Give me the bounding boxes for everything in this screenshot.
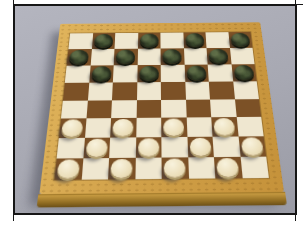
square-r8c1 xyxy=(54,158,83,180)
photo-background xyxy=(15,6,295,213)
photo-frame xyxy=(13,4,297,215)
square-r3c3 xyxy=(113,65,137,82)
dark-piece xyxy=(91,66,111,82)
light-piece xyxy=(164,159,186,178)
light-piece xyxy=(214,118,236,136)
square-r5c3 xyxy=(111,100,136,119)
light-piece xyxy=(111,159,133,178)
square-r6c7 xyxy=(211,117,238,137)
square-r2c2 xyxy=(90,49,114,66)
square-r1c3 xyxy=(115,33,138,49)
square-r1c8 xyxy=(228,32,252,48)
light-piece xyxy=(61,120,83,138)
square-r5c8 xyxy=(234,99,261,118)
crop-mark xyxy=(297,4,303,5)
square-r8c5 xyxy=(162,157,189,178)
page-background xyxy=(0,0,306,228)
square-r3c4 xyxy=(137,65,161,82)
square-r5c1 xyxy=(61,100,88,119)
checkers-board xyxy=(39,22,284,194)
square-r7c5 xyxy=(161,137,187,158)
light-piece xyxy=(241,138,264,156)
square-r8c3 xyxy=(108,158,135,180)
square-r3c2 xyxy=(89,65,114,82)
square-r1c2 xyxy=(91,33,115,49)
square-r2c8 xyxy=(229,48,254,64)
light-piece xyxy=(112,119,133,137)
dark-piece xyxy=(185,33,204,47)
square-r5c7 xyxy=(210,99,236,118)
square-r1c4 xyxy=(138,33,161,49)
square-r7c2 xyxy=(83,138,110,159)
square-r8c8 xyxy=(240,157,269,178)
square-r7c4 xyxy=(135,137,161,158)
dark-piece xyxy=(230,33,250,47)
square-r2c1 xyxy=(67,49,92,66)
square-r7c3 xyxy=(109,138,136,159)
light-piece xyxy=(85,139,107,157)
square-r8c6 xyxy=(188,157,216,178)
square-r8c7 xyxy=(214,157,242,178)
dark-piece xyxy=(116,49,135,64)
square-r4c8 xyxy=(233,81,259,99)
square-r2c4 xyxy=(137,48,160,65)
crop-mark xyxy=(13,0,14,5)
square-r2c6 xyxy=(184,48,208,65)
square-r4c5 xyxy=(161,82,186,100)
square-r7c8 xyxy=(238,137,266,157)
square-r6c1 xyxy=(59,119,86,139)
square-r1c6 xyxy=(183,32,207,48)
board-front-edge xyxy=(37,192,287,208)
dark-piece xyxy=(139,66,159,81)
square-r3c1 xyxy=(65,65,90,82)
square-r4c2 xyxy=(87,82,112,100)
dark-piece xyxy=(69,50,89,65)
square-r4c7 xyxy=(209,81,235,99)
light-piece xyxy=(57,159,80,178)
light-piece xyxy=(138,138,159,156)
square-r3c5 xyxy=(161,65,185,82)
square-r4c1 xyxy=(63,82,89,100)
square-r6c2 xyxy=(84,118,111,138)
square-r6c4 xyxy=(136,118,162,138)
crop-mark xyxy=(295,213,296,221)
square-r3c8 xyxy=(231,64,257,81)
square-r7c7 xyxy=(213,137,241,157)
light-piece xyxy=(189,138,211,156)
square-r5c2 xyxy=(86,100,112,119)
square-r7c6 xyxy=(187,137,214,157)
light-piece xyxy=(216,158,239,177)
square-r4c3 xyxy=(112,82,137,100)
crop-mark xyxy=(295,0,296,5)
square-r6c8 xyxy=(236,117,263,137)
dark-piece xyxy=(186,65,206,80)
dark-piece xyxy=(163,49,182,64)
square-r4c6 xyxy=(185,81,210,99)
square-r5c6 xyxy=(185,99,211,118)
square-r6c6 xyxy=(186,118,212,138)
square-r3c6 xyxy=(184,64,209,81)
square-r3c7 xyxy=(208,64,233,81)
dark-piece xyxy=(233,65,254,80)
dark-piece xyxy=(94,34,114,48)
square-r8c2 xyxy=(81,158,109,180)
square-r2c3 xyxy=(114,49,138,66)
square-r4c4 xyxy=(136,82,161,100)
square-r5c5 xyxy=(161,99,186,118)
square-r6c3 xyxy=(110,118,136,138)
dark-piece xyxy=(140,33,159,47)
dark-piece xyxy=(209,49,229,64)
square-r8c4 xyxy=(135,158,162,179)
light-piece xyxy=(163,119,184,137)
crop-mark xyxy=(13,213,14,221)
square-r5c4 xyxy=(136,100,161,119)
square-r1c1 xyxy=(68,33,92,49)
board-perspective-wrap xyxy=(51,12,271,187)
board-grid xyxy=(54,32,269,180)
square-r6c5 xyxy=(161,118,187,138)
square-r2c5 xyxy=(161,48,185,65)
square-r7c1 xyxy=(57,138,85,159)
square-r1c5 xyxy=(160,33,183,49)
square-r1c7 xyxy=(205,32,229,48)
square-r2c7 xyxy=(207,48,232,64)
